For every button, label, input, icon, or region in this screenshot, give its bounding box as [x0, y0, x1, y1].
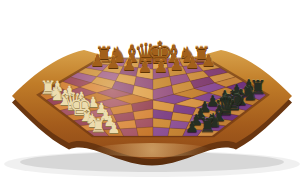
three-player-chess-set-photo: ♜♜♞♞♝♝♛♚♟♟♟♟♟♟♟♟♟♟♜♜♟♟♞♞♟♟♝♝♟♟♛♚♟♟♚♛♟♟♝♝…	[0, 0, 300, 181]
base-gloss-highlight	[94, 143, 210, 157]
board	[0, 0, 300, 181]
